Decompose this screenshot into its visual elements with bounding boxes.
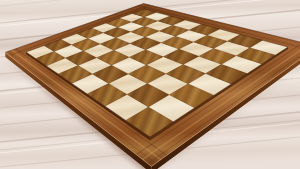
board-scene-svg — [0, 0, 300, 169]
board-scene — [0, 0, 300, 169]
chessboard-photo — [0, 0, 300, 169]
